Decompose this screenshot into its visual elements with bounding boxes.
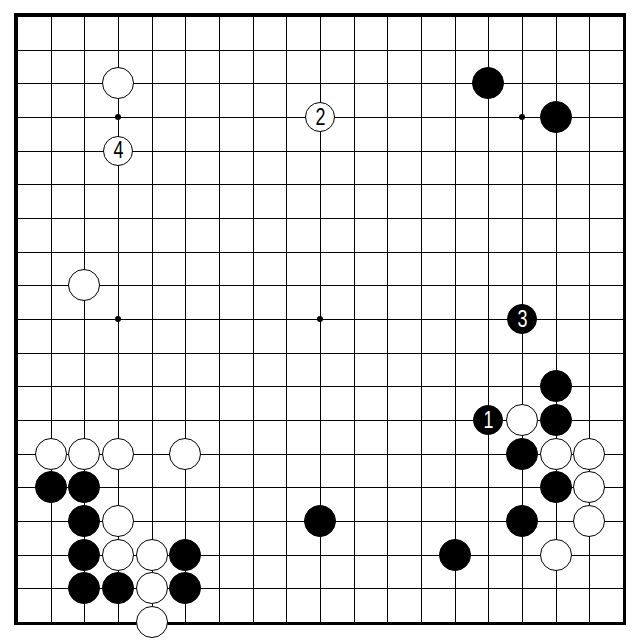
grid-cell [589, 184, 623, 218]
grid-cell [253, 353, 287, 387]
grid-cell [589, 386, 623, 420]
grid-cell [152, 117, 186, 151]
grid-cell [152, 16, 186, 50]
grid-cell [488, 588, 522, 622]
white-stone [506, 404, 538, 436]
grid-cell [589, 252, 623, 286]
grid-cell [253, 420, 287, 454]
grid-cell [421, 420, 455, 454]
grid-cell [589, 218, 623, 252]
grid-cell [354, 50, 388, 84]
move-number: 1 [483, 409, 493, 432]
grid-cell [253, 285, 287, 319]
grid-cell [152, 83, 186, 117]
grid-cell [84, 353, 118, 387]
black-stone [68, 539, 100, 571]
grid-cell [185, 218, 219, 252]
grid-cell [455, 353, 489, 387]
black-stone-move-3: 3 [507, 304, 537, 334]
move-number: 2 [315, 106, 325, 129]
grid-cell [84, 319, 118, 353]
grid-cell [421, 184, 455, 218]
grid-cell [589, 588, 623, 622]
grid-cell [387, 420, 421, 454]
grid-cell [185, 184, 219, 218]
grid-cell [152, 487, 186, 521]
white-stone [540, 438, 572, 470]
black-stone [35, 471, 67, 503]
grid-cell [185, 16, 219, 50]
grid-cell [286, 319, 320, 353]
grid-cell [421, 285, 455, 319]
grid-cell [219, 117, 253, 151]
grid-cell [286, 285, 320, 319]
white-stone [573, 438, 605, 470]
grid-cell [421, 218, 455, 252]
grid-cell [320, 285, 354, 319]
grid-cell [354, 420, 388, 454]
grid-cell [17, 117, 51, 151]
grid-cell [84, 184, 118, 218]
grid-cell [219, 151, 253, 185]
grid-cell [387, 555, 421, 589]
grid-cell [152, 151, 186, 185]
grid-cell [455, 151, 489, 185]
white-stone [136, 539, 168, 571]
grid-cell [387, 252, 421, 286]
grid-cell [84, 218, 118, 252]
grid-cell [354, 285, 388, 319]
grid-cell [589, 285, 623, 319]
grid-cell [455, 16, 489, 50]
black-stone [540, 404, 572, 436]
grid-cell [51, 218, 85, 252]
grid-cell [320, 420, 354, 454]
black-stone [439, 539, 471, 571]
grid-cell [488, 555, 522, 589]
grid-cell [320, 252, 354, 286]
grid-cell [185, 83, 219, 117]
grid-cell [17, 521, 51, 555]
grid-cell [320, 218, 354, 252]
grid-cell [17, 555, 51, 589]
grid-cell [286, 353, 320, 387]
white-stone [136, 572, 168, 604]
grid-cell [522, 218, 556, 252]
grid-cell [253, 386, 287, 420]
black-stone [506, 505, 538, 537]
grid-cell [387, 117, 421, 151]
grid-cell [17, 386, 51, 420]
grid-cell [320, 319, 354, 353]
black-stone [540, 471, 572, 503]
grid-cell [455, 487, 489, 521]
grid-cell [286, 184, 320, 218]
grid-cell [556, 16, 590, 50]
grid-cell [253, 83, 287, 117]
grid-cell [185, 386, 219, 420]
grid-cell [354, 252, 388, 286]
grid-cell [421, 151, 455, 185]
black-stone [540, 370, 572, 402]
grid-cell [219, 420, 253, 454]
grid-cell [219, 16, 253, 50]
grid-cell [17, 353, 51, 387]
black-stone [169, 539, 201, 571]
grid-cell [253, 454, 287, 488]
grid-cell [589, 83, 623, 117]
grid-cell [522, 588, 556, 622]
grid-cell [253, 184, 287, 218]
grid-cell [421, 353, 455, 387]
grid-cell [253, 252, 287, 286]
white-stone [102, 539, 134, 571]
grid-cell [253, 117, 287, 151]
star-point [115, 316, 121, 322]
grid-cell [387, 454, 421, 488]
white-stone-move-4: 4 [103, 136, 133, 166]
grid-cell [152, 218, 186, 252]
grid-cell [185, 353, 219, 387]
grid-cell [589, 353, 623, 387]
white-stone [35, 438, 67, 470]
grid-cell [589, 117, 623, 151]
grid-cell [488, 184, 522, 218]
grid-cell [286, 252, 320, 286]
grid-cell [421, 252, 455, 286]
grid-cell [387, 386, 421, 420]
grid-cell [51, 16, 85, 50]
grid-cell [17, 252, 51, 286]
grid-cell [354, 83, 388, 117]
grid-cell [455, 184, 489, 218]
grid-cell [421, 386, 455, 420]
grid-cell [118, 16, 152, 50]
grid-cell [354, 454, 388, 488]
grid-cell [51, 386, 85, 420]
grid-cell [17, 16, 51, 50]
move-number: 4 [113, 139, 123, 162]
grid-cell [219, 588, 253, 622]
black-stone [506, 438, 538, 470]
black-stone [304, 505, 336, 537]
grid-cell [286, 16, 320, 50]
grid-cell [387, 151, 421, 185]
grid-cell [253, 555, 287, 589]
grid-cell [488, 151, 522, 185]
grid-cell [17, 184, 51, 218]
grid-cell [185, 117, 219, 151]
grid-cell [354, 117, 388, 151]
grid-cell [421, 117, 455, 151]
grid-cell [556, 218, 590, 252]
grid-cell [185, 285, 219, 319]
grid-cell [455, 252, 489, 286]
grid-cell [253, 218, 287, 252]
grid-cell [387, 353, 421, 387]
grid-cell [354, 588, 388, 622]
grid-cell [354, 487, 388, 521]
grid-cell [185, 50, 219, 84]
grid-cell [286, 218, 320, 252]
grid-cell [556, 184, 590, 218]
grid-cell [286, 454, 320, 488]
grid-cell [421, 588, 455, 622]
grid-cell [17, 151, 51, 185]
grid-cell [556, 319, 590, 353]
grid-cell [354, 319, 388, 353]
grid-cell [118, 252, 152, 286]
grid-cell [354, 521, 388, 555]
grid-cell [253, 151, 287, 185]
white-stone [102, 505, 134, 537]
grid-cell [118, 218, 152, 252]
white-stone [169, 438, 201, 470]
grid-cell [589, 151, 623, 185]
white-stone [540, 539, 572, 571]
grid-cell [17, 588, 51, 622]
grid-cell [286, 386, 320, 420]
grid-cell [354, 184, 388, 218]
grid-cell [253, 50, 287, 84]
grid-cell [253, 319, 287, 353]
grid-cell [354, 386, 388, 420]
grid-cell [152, 386, 186, 420]
grid-cell [556, 285, 590, 319]
grid-cell [219, 353, 253, 387]
grid-cell [17, 319, 51, 353]
grid-cell [118, 285, 152, 319]
grid-cell [320, 50, 354, 84]
grid-cell [488, 353, 522, 387]
grid-cell [219, 184, 253, 218]
grid-cell [556, 50, 590, 84]
grid-cell [152, 50, 186, 84]
grid-cell [522, 151, 556, 185]
black-stone [540, 101, 572, 133]
white-stone [136, 606, 168, 638]
grid-cell [51, 50, 85, 84]
grid-cell [320, 555, 354, 589]
grid-cell [51, 83, 85, 117]
grid-cell [589, 319, 623, 353]
grid-cell [219, 319, 253, 353]
grid-cell [286, 588, 320, 622]
grid-cell [51, 319, 85, 353]
grid-cell [84, 386, 118, 420]
grid-cell [185, 487, 219, 521]
white-stone-move-2: 2 [305, 102, 335, 132]
grid-cell [522, 252, 556, 286]
grid-cell [286, 555, 320, 589]
grid-cell [219, 50, 253, 84]
grid-cell [219, 83, 253, 117]
grid-cell [556, 588, 590, 622]
grid-cell [185, 319, 219, 353]
move-number: 3 [517, 308, 527, 331]
grid-cell [219, 218, 253, 252]
grid-cell [17, 218, 51, 252]
grid-cell [354, 16, 388, 50]
grid-cell [556, 252, 590, 286]
grid-cell [219, 285, 253, 319]
grid-cell [320, 184, 354, 218]
grid-cell [387, 319, 421, 353]
grid-cell [387, 588, 421, 622]
grid-cell [387, 50, 421, 84]
grid-cell [118, 184, 152, 218]
grid-cell [185, 151, 219, 185]
grid-cell [556, 151, 590, 185]
grid-cell [455, 454, 489, 488]
grid-cell [152, 353, 186, 387]
grid-cell [421, 16, 455, 50]
grid-cell [118, 386, 152, 420]
star-point [519, 114, 525, 120]
grid-cell [387, 83, 421, 117]
grid-cell [488, 16, 522, 50]
grid-cell [185, 252, 219, 286]
grid-cell [522, 50, 556, 84]
grid-cell [51, 151, 85, 185]
grid-cell [589, 50, 623, 84]
grid-cell [421, 487, 455, 521]
grid-cell [488, 252, 522, 286]
grid-cell [320, 16, 354, 50]
grid-cell [253, 521, 287, 555]
grid-cell [286, 50, 320, 84]
grid-cell [421, 454, 455, 488]
grid-cell [253, 588, 287, 622]
grid-cell [17, 83, 51, 117]
grid-cell [320, 454, 354, 488]
grid-cell [219, 521, 253, 555]
grid-cell [589, 16, 623, 50]
go-board: 2431 [0, 0, 640, 640]
star-point [115, 114, 121, 120]
grid-cell [387, 285, 421, 319]
grid-cell [51, 184, 85, 218]
grid-cell [219, 386, 253, 420]
grid-cell [455, 218, 489, 252]
grid-cell [421, 319, 455, 353]
grid-cell [286, 420, 320, 454]
white-stone [68, 438, 100, 470]
grid-cell [219, 487, 253, 521]
grid-cell [253, 487, 287, 521]
grid-cell [488, 117, 522, 151]
white-stone [102, 438, 134, 470]
grid-cell [387, 487, 421, 521]
grid-cell [320, 386, 354, 420]
grid-cell [354, 151, 388, 185]
grid-cell [455, 117, 489, 151]
grid-cell [118, 319, 152, 353]
grid-cell [152, 184, 186, 218]
grid-cell [84, 16, 118, 50]
grid-cell [51, 353, 85, 387]
grid-cell [320, 588, 354, 622]
grid-cell [320, 151, 354, 185]
grid-cell [387, 184, 421, 218]
grid-cell [253, 16, 287, 50]
grid-cell [152, 319, 186, 353]
grid-cell [387, 16, 421, 50]
grid-cell [152, 252, 186, 286]
grid-cell [354, 555, 388, 589]
grid-cell [421, 50, 455, 84]
grid-cell [354, 353, 388, 387]
grid-cell [387, 218, 421, 252]
grid-cell [152, 285, 186, 319]
grid-cell [522, 184, 556, 218]
grid-cell [589, 555, 623, 589]
grid-cell [387, 521, 421, 555]
grid-cell [320, 353, 354, 387]
grid-cell [118, 353, 152, 387]
grid-cell [17, 50, 51, 84]
grid-cell [51, 117, 85, 151]
grid-cell [219, 454, 253, 488]
grid-cell [219, 555, 253, 589]
grid-cell [488, 218, 522, 252]
grid-cell [455, 588, 489, 622]
grid-cell [286, 151, 320, 185]
grid-cell [354, 218, 388, 252]
grid-cell [421, 83, 455, 117]
grid-cell [522, 16, 556, 50]
grid-cell [219, 252, 253, 286]
grid-cell [17, 285, 51, 319]
star-point [317, 316, 323, 322]
grid-cell [455, 285, 489, 319]
grid-cell [455, 319, 489, 353]
